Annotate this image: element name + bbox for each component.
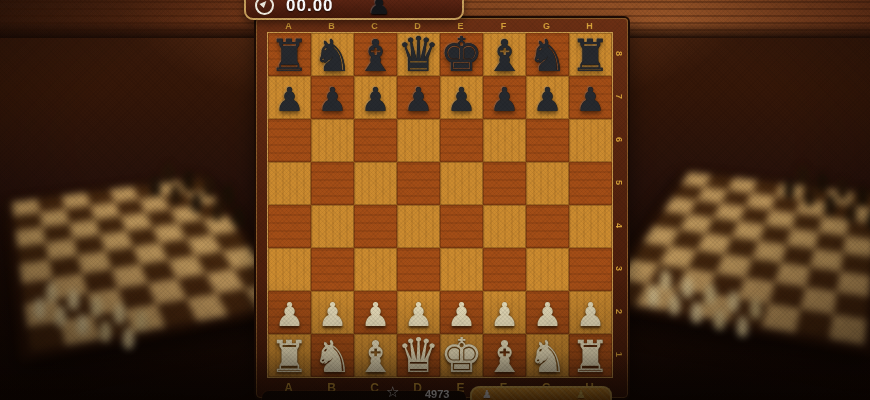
square-e7[interactable]: ♟ bbox=[440, 76, 483, 119]
rank-labels-right: 87654321 bbox=[612, 32, 627, 376]
square-f6[interactable] bbox=[483, 119, 526, 162]
toolbar-panel[interactable]: ♟ ♟ bbox=[470, 386, 612, 400]
square-h7[interactable]: ♟ bbox=[569, 76, 612, 119]
blurred-chessboard-photo-left bbox=[0, 92, 292, 352]
square-e8[interactable]: ♚ bbox=[440, 33, 483, 76]
square-d4[interactable] bbox=[397, 205, 440, 248]
coordinate-label: 4 bbox=[598, 218, 641, 233]
square-e6[interactable] bbox=[440, 119, 483, 162]
square-h2[interactable]: ♟ bbox=[569, 291, 612, 334]
timer-panel: 00.00 ♟ bbox=[244, 0, 464, 20]
coordinate-label: 3 bbox=[598, 261, 641, 276]
square-c3[interactable] bbox=[354, 248, 397, 291]
black-pawn[interactable]: ♟ bbox=[318, 83, 348, 116]
square-d6[interactable] bbox=[397, 119, 440, 162]
white-pawn[interactable]: ♟ bbox=[318, 298, 348, 331]
black-pawn[interactable]: ♟ bbox=[361, 83, 391, 116]
square-b2[interactable]: ♟ bbox=[311, 291, 354, 334]
square-d3[interactable] bbox=[397, 248, 440, 291]
white-pawn[interactable]: ♟ bbox=[576, 298, 606, 331]
black-queen[interactable]: ♛ bbox=[397, 30, 440, 78]
square-g8[interactable]: ♞ bbox=[526, 33, 569, 76]
gold-pawn-icon[interactable]: ♟ bbox=[576, 389, 586, 400]
square-f4[interactable] bbox=[483, 205, 526, 248]
chess-board-frame: ABCDEFGH ♜♞♝♛♚♝♞♜♟♟♟♟♟♟♟♟♟♟♟♟♟♟♟♟♜♞♝♛♚♝♞… bbox=[256, 18, 628, 398]
black-pawn[interactable]: ♟ bbox=[490, 83, 520, 116]
square-a1[interactable]: ♜ bbox=[268, 334, 311, 377]
white-pawn[interactable]: ♟ bbox=[533, 298, 563, 331]
black-pawn[interactable]: ♟ bbox=[576, 83, 606, 116]
black-pawn-icon: ♟ bbox=[368, 0, 391, 16]
square-b8[interactable]: ♞ bbox=[311, 33, 354, 76]
clock-icon bbox=[255, 0, 274, 15]
square-a2[interactable]: ♟ bbox=[268, 291, 311, 334]
square-c1[interactable]: ♝ bbox=[354, 334, 397, 377]
background-black-pieces bbox=[784, 178, 795, 199]
score-value: 4973 bbox=[425, 388, 449, 400]
square-d1[interactable]: ♛ bbox=[397, 334, 440, 377]
background-black-pieces bbox=[150, 176, 161, 197]
square-b6[interactable] bbox=[311, 119, 354, 162]
square-f7[interactable]: ♟ bbox=[483, 76, 526, 119]
square-b3[interactable] bbox=[311, 248, 354, 291]
white-bishop[interactable]: ♝ bbox=[356, 335, 395, 379]
square-c5[interactable] bbox=[354, 162, 397, 205]
square-h8[interactable]: ♜ bbox=[569, 33, 612, 76]
white-rook[interactable]: ♜ bbox=[571, 335, 610, 379]
blurred-chessboard-photo-right bbox=[608, 86, 870, 346]
white-pawn[interactable]: ♟ bbox=[275, 298, 305, 331]
square-g6[interactable] bbox=[526, 119, 569, 162]
black-knight[interactable]: ♞ bbox=[528, 34, 567, 78]
coordinate-label: 5 bbox=[598, 175, 641, 190]
black-bishop[interactable]: ♝ bbox=[485, 34, 524, 78]
background-white-pieces bbox=[648, 286, 659, 307]
black-bishop[interactable]: ♝ bbox=[356, 34, 395, 78]
square-e3[interactable] bbox=[440, 248, 483, 291]
square-a4[interactable] bbox=[268, 205, 311, 248]
white-pawn[interactable]: ♟ bbox=[490, 298, 520, 331]
white-knight[interactable]: ♞ bbox=[313, 335, 352, 379]
white-pawn-icon[interactable]: ♟ bbox=[482, 389, 492, 400]
square-g7[interactable]: ♟ bbox=[526, 76, 569, 119]
white-pawn[interactable]: ♟ bbox=[361, 298, 391, 331]
white-bishop[interactable]: ♝ bbox=[485, 335, 524, 379]
coordinate-label: 6 bbox=[598, 132, 641, 147]
black-king[interactable]: ♚ bbox=[440, 30, 483, 78]
chess-board[interactable]: ♜♞♝♛♚♝♞♜♟♟♟♟♟♟♟♟♟♟♟♟♟♟♟♟♜♞♝♛♚♝♞♜ bbox=[267, 32, 613, 378]
square-c7[interactable]: ♟ bbox=[354, 76, 397, 119]
white-knight[interactable]: ♞ bbox=[528, 335, 567, 379]
black-knight[interactable]: ♞ bbox=[313, 34, 352, 78]
square-a3[interactable] bbox=[268, 248, 311, 291]
white-king[interactable]: ♚ bbox=[440, 331, 483, 379]
square-d7[interactable]: ♟ bbox=[397, 76, 440, 119]
square-h1[interactable]: ♜ bbox=[569, 334, 612, 377]
square-a6[interactable] bbox=[268, 119, 311, 162]
chess-app-screen: ABCDEFGH ♜♞♝♛♚♝♞♜♟♟♟♟♟♟♟♟♟♟♟♟♟♟♟♟♜♞♝♛♚♝♞… bbox=[0, 0, 870, 400]
black-pawn[interactable]: ♟ bbox=[533, 83, 563, 116]
square-a8[interactable]: ♜ bbox=[268, 33, 311, 76]
square-f3[interactable] bbox=[483, 248, 526, 291]
black-pawn[interactable]: ♟ bbox=[404, 83, 434, 116]
white-rook[interactable]: ♜ bbox=[270, 335, 309, 379]
square-b1[interactable]: ♞ bbox=[311, 334, 354, 377]
square-e4[interactable] bbox=[440, 205, 483, 248]
black-pawn[interactable]: ♟ bbox=[447, 83, 477, 116]
square-f1[interactable]: ♝ bbox=[483, 334, 526, 377]
square-f5[interactable] bbox=[483, 162, 526, 205]
square-g1[interactable]: ♞ bbox=[526, 334, 569, 377]
star-icon: ☆ bbox=[386, 385, 399, 400]
square-e1[interactable]: ♚ bbox=[440, 334, 483, 377]
black-pawn[interactable]: ♟ bbox=[275, 83, 305, 116]
white-queen[interactable]: ♛ bbox=[397, 331, 440, 379]
square-f2[interactable]: ♟ bbox=[483, 291, 526, 334]
square-g5[interactable] bbox=[526, 162, 569, 205]
black-rook[interactable]: ♜ bbox=[571, 34, 610, 78]
square-c2[interactable]: ♟ bbox=[354, 291, 397, 334]
square-a5[interactable] bbox=[268, 162, 311, 205]
square-c8[interactable]: ♝ bbox=[354, 33, 397, 76]
square-b4[interactable] bbox=[311, 205, 354, 248]
square-g4[interactable] bbox=[526, 205, 569, 248]
black-rook[interactable]: ♜ bbox=[270, 34, 309, 78]
timer-value: 00.00 bbox=[286, 0, 334, 16]
square-c6[interactable] bbox=[354, 119, 397, 162]
square-e5[interactable] bbox=[440, 162, 483, 205]
square-b5[interactable] bbox=[311, 162, 354, 205]
square-b7[interactable]: ♟ bbox=[311, 76, 354, 119]
square-d8[interactable]: ♛ bbox=[397, 33, 440, 76]
square-d5[interactable] bbox=[397, 162, 440, 205]
square-a7[interactable]: ♟ bbox=[268, 76, 311, 119]
square-c4[interactable] bbox=[354, 205, 397, 248]
square-g3[interactable] bbox=[526, 248, 569, 291]
background-white-pieces bbox=[34, 298, 45, 319]
square-g2[interactable]: ♟ bbox=[526, 291, 569, 334]
square-f8[interactable]: ♝ bbox=[483, 33, 526, 76]
